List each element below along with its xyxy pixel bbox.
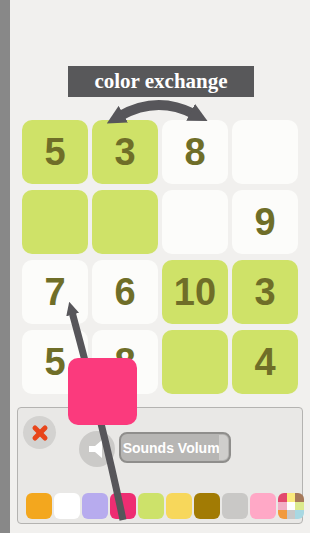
swatch-multicolor[interactable] [278,493,304,519]
checker-cell [278,502,287,511]
checker-cell [287,510,296,519]
checker-cell [278,493,287,502]
tile-r1c1[interactable]: 5 [22,120,88,184]
close-icon [31,424,49,442]
tile-r3c2[interactable]: 6 [92,260,158,324]
tile-r2c3[interactable] [162,190,228,254]
tile-r3c1[interactable]: 7 [22,260,88,324]
tile-r4c3[interactable] [162,330,228,394]
swatch-dark-gold[interactable] [194,493,220,519]
tile-r3c4[interactable]: 3 [232,260,298,324]
close-button[interactable] [23,416,56,449]
sound-button[interactable] [79,431,115,467]
checker-cell [295,510,304,519]
tutorial-banner-label: color exchange [94,69,227,94]
color-palette [26,493,304,519]
tile-r1c3[interactable]: 8 [162,120,228,184]
checker-cell [287,502,296,511]
settings-panel: Sounds Volume [17,407,303,524]
app-screen: color exchange 538976103584 Sounds Volum… [10,0,310,533]
tile-r4c4[interactable]: 4 [232,330,298,394]
dragged-pink-tile[interactable] [68,358,137,425]
tile-r2c1[interactable] [22,190,88,254]
checker-cell [287,493,296,502]
speaker-icon [82,434,112,464]
tutorial-banner: color exchange [68,66,254,97]
swatch-white[interactable] [54,493,80,519]
tile-r1c4[interactable] [232,120,298,184]
swatch-orange[interactable] [26,493,52,519]
tile-r1c2[interactable]: 3 [92,120,158,184]
sounds-volume-button[interactable]: Sounds Volume [119,432,231,463]
sounds-volume-label: Sounds Volume [123,440,228,456]
swatch-pink[interactable] [250,493,276,519]
checker-cell [295,502,304,511]
swatch-lavender[interactable] [82,493,108,519]
checker-cell [278,510,287,519]
swatch-yellow[interactable] [166,493,192,519]
swatch-yellow-green[interactable] [138,493,164,519]
tile-r2c2[interactable] [92,190,158,254]
swatch-gray[interactable] [222,493,248,519]
tile-r3c3[interactable]: 10 [162,260,228,324]
checker-cell [295,493,304,502]
tile-r2c4[interactable]: 9 [232,190,298,254]
swatch-magenta[interactable] [110,493,136,519]
